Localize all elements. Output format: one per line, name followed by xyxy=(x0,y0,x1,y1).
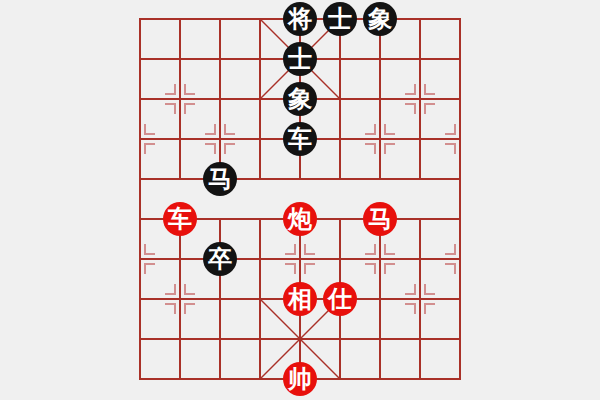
board-point-6-2[interactable] xyxy=(360,79,400,119)
board-point-1-7[interactable] xyxy=(160,279,200,319)
board-point-1-1[interactable] xyxy=(160,39,200,79)
board-point-7-8[interactable] xyxy=(400,319,440,359)
board-point-4-9[interactable]: 帅 xyxy=(280,359,320,399)
board-point-6-0[interactable]: 象 xyxy=(360,0,400,39)
board-point-4-8[interactable] xyxy=(280,319,320,359)
board-point-6-7[interactable] xyxy=(360,279,400,319)
board-point-5-3[interactable] xyxy=(320,119,360,159)
board-point-7-7[interactable] xyxy=(400,279,440,319)
board-point-5-2[interactable] xyxy=(320,79,360,119)
board-point-2-8[interactable] xyxy=(200,319,240,359)
board-point-8-0[interactable] xyxy=(440,0,480,39)
board-point-3-5[interactable] xyxy=(240,199,280,239)
board-point-7-5[interactable] xyxy=(400,199,440,239)
board-point-6-9[interactable] xyxy=(360,359,400,399)
board-point-0-4[interactable] xyxy=(120,159,160,199)
black-elephant[interactable]: 象 xyxy=(363,2,397,36)
board-point-5-7[interactable]: 仕 xyxy=(320,279,360,319)
board-point-7-3[interactable] xyxy=(400,119,440,159)
board-point-2-9[interactable] xyxy=(200,359,240,399)
board-point-1-2[interactable] xyxy=(160,79,200,119)
black-horse[interactable]: 马 xyxy=(203,162,237,196)
board-point-3-4[interactable] xyxy=(240,159,280,199)
red-advisor[interactable]: 仕 xyxy=(323,282,357,316)
board-point-4-5[interactable]: 炮 xyxy=(280,199,320,239)
board-point-6-8[interactable] xyxy=(360,319,400,359)
board-point-8-7[interactable] xyxy=(440,279,480,319)
board-point-5-8[interactable] xyxy=(320,319,360,359)
board-point-8-5[interactable] xyxy=(440,199,480,239)
board-point-0-0[interactable] xyxy=(120,0,160,39)
board-point-6-5[interactable]: 马 xyxy=(360,199,400,239)
board-point-3-2[interactable] xyxy=(240,79,280,119)
board-point-3-0[interactable] xyxy=(240,0,280,39)
board-point-1-6[interactable] xyxy=(160,239,200,279)
board-point-7-4[interactable] xyxy=(400,159,440,199)
board-point-8-1[interactable] xyxy=(440,39,480,79)
board-point-5-4[interactable] xyxy=(320,159,360,199)
board-point-6-4[interactable] xyxy=(360,159,400,199)
board-point-6-3[interactable] xyxy=(360,119,400,159)
board-point-7-0[interactable] xyxy=(400,0,440,39)
board-point-4-4[interactable] xyxy=(280,159,320,199)
black-general[interactable]: 将 xyxy=(283,2,317,36)
board-point-5-5[interactable] xyxy=(320,199,360,239)
board-point-3-7[interactable] xyxy=(240,279,280,319)
board-point-0-3[interactable] xyxy=(120,119,160,159)
board-point-0-5[interactable] xyxy=(120,199,160,239)
board-point-2-3[interactable] xyxy=(200,119,240,159)
xiangqi-board: 将士象士象车马车炮马卒相仕帅 xyxy=(0,0,600,400)
red-cannon[interactable]: 炮 xyxy=(283,202,317,236)
board-point-8-3[interactable] xyxy=(440,119,480,159)
board-point-4-3[interactable]: 车 xyxy=(280,119,320,159)
board-point-7-9[interactable] xyxy=(400,359,440,399)
red-horse[interactable]: 马 xyxy=(363,202,397,236)
board-point-4-1[interactable]: 士 xyxy=(280,39,320,79)
board-point-7-6[interactable] xyxy=(400,239,440,279)
board-point-6-6[interactable] xyxy=(360,239,400,279)
board-point-0-1[interactable] xyxy=(120,39,160,79)
board-point-4-6[interactable] xyxy=(280,239,320,279)
board-point-0-8[interactable] xyxy=(120,319,160,359)
board-point-2-2[interactable] xyxy=(200,79,240,119)
board-point-1-3[interactable] xyxy=(160,119,200,159)
xiangqi-piece-grid: 将士象士象车马车炮马卒相仕帅 xyxy=(120,0,480,399)
black-soldier[interactable]: 卒 xyxy=(203,242,237,276)
board-point-5-1[interactable] xyxy=(320,39,360,79)
board-point-8-2[interactable] xyxy=(440,79,480,119)
board-point-2-4[interactable]: 马 xyxy=(200,159,240,199)
board-point-3-9[interactable] xyxy=(240,359,280,399)
board-point-7-2[interactable] xyxy=(400,79,440,119)
board-point-5-9[interactable] xyxy=(320,359,360,399)
board-point-2-5[interactable] xyxy=(200,199,240,239)
board-point-0-9[interactable] xyxy=(120,359,160,399)
board-point-0-6[interactable] xyxy=(120,239,160,279)
board-point-3-1[interactable] xyxy=(240,39,280,79)
black-advisor[interactable]: 士 xyxy=(323,2,357,36)
board-point-8-6[interactable] xyxy=(440,239,480,279)
board-point-1-5[interactable]: 车 xyxy=(160,199,200,239)
black-advisor[interactable]: 士 xyxy=(283,42,317,76)
board-point-3-8[interactable] xyxy=(240,319,280,359)
board-point-2-0[interactable] xyxy=(200,0,240,39)
board-point-8-8[interactable] xyxy=(440,319,480,359)
board-point-2-7[interactable] xyxy=(200,279,240,319)
board-point-3-6[interactable] xyxy=(240,239,280,279)
board-point-4-0[interactable]: 将 xyxy=(280,0,320,39)
board-point-7-1[interactable] xyxy=(400,39,440,79)
board-point-0-7[interactable] xyxy=(120,279,160,319)
red-chariot[interactable]: 车 xyxy=(163,202,197,236)
black-chariot[interactable]: 车 xyxy=(283,122,317,156)
board-point-2-6[interactable]: 卒 xyxy=(200,239,240,279)
board-point-2-1[interactable] xyxy=(200,39,240,79)
board-point-5-0[interactable]: 士 xyxy=(320,0,360,39)
board-point-8-9[interactable] xyxy=(440,359,480,399)
red-elephant[interactable]: 相 xyxy=(283,282,317,316)
board-point-1-9[interactable] xyxy=(160,359,200,399)
board-point-6-1[interactable] xyxy=(360,39,400,79)
board-point-4-2[interactable]: 象 xyxy=(280,79,320,119)
board-point-1-4[interactable] xyxy=(160,159,200,199)
board-point-4-7[interactable]: 相 xyxy=(280,279,320,319)
board-point-8-4[interactable] xyxy=(440,159,480,199)
board-point-0-2[interactable] xyxy=(120,79,160,119)
board-point-1-8[interactable] xyxy=(160,319,200,359)
red-general[interactable]: 帅 xyxy=(283,362,317,396)
board-point-5-6[interactable] xyxy=(320,239,360,279)
board-point-1-0[interactable] xyxy=(160,0,200,39)
board-point-3-3[interactable] xyxy=(240,119,280,159)
black-elephant[interactable]: 象 xyxy=(283,82,317,116)
